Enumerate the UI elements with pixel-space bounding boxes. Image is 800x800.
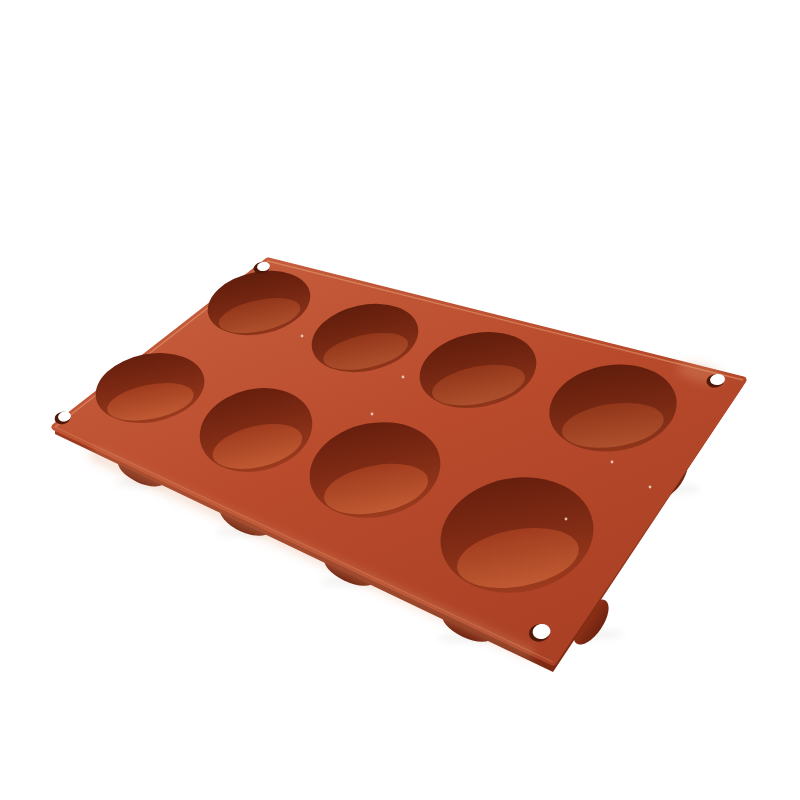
dust-speck-2 — [371, 413, 374, 416]
dust-speck-4 — [649, 486, 652, 489]
dust-speck-1 — [402, 376, 405, 379]
dust-speck-6 — [301, 335, 304, 338]
dust-speck-3 — [611, 461, 614, 464]
silicone-mold-photo — [0, 0, 800, 800]
photo-canvas — [0, 0, 800, 800]
dust-speck-5 — [565, 518, 568, 521]
